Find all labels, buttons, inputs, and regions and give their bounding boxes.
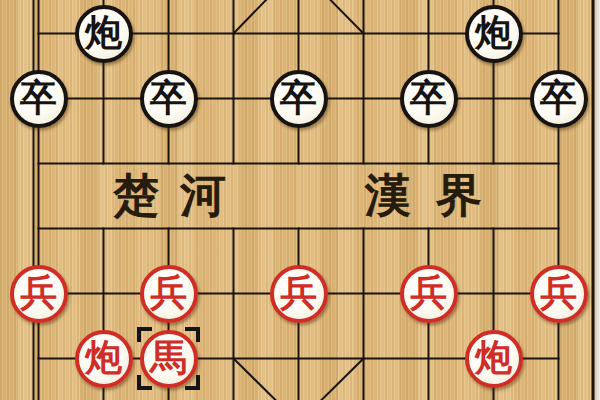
piece-glyph-black-soldier: 卒 — [20, 79, 57, 116]
piece-black-soldier[interactable]: 卒 — [140, 70, 198, 128]
piece-glyph-black-soldier: 卒 — [410, 79, 447, 116]
piece-black-soldier[interactable]: 卒 — [530, 70, 588, 128]
piece-red-cannon[interactable]: 炮 — [75, 330, 133, 388]
piece-glyph-red-cannon: 炮 — [475, 339, 512, 376]
piece-black-soldier[interactable]: 卒 — [400, 70, 458, 128]
piece-red-soldier[interactable]: 兵 — [140, 265, 198, 323]
piece-glyph-red-horse: 馬 — [150, 339, 187, 376]
piece-glyph-black-soldier: 卒 — [280, 79, 317, 116]
piece-red-soldier[interactable]: 兵 — [10, 265, 68, 323]
xiangqi-board: 楚 河 漢 界 炮炮卒卒卒卒卒兵兵兵兵兵炮馬炮 — [0, 0, 600, 400]
marker-corner-tr — [185, 327, 200, 342]
piece-black-soldier[interactable]: 卒 — [10, 70, 68, 128]
piece-glyph-red-soldier: 兵 — [20, 274, 57, 311]
piece-glyph-red-soldier: 兵 — [150, 274, 187, 311]
piece-glyph-black-cannon: 炮 — [475, 14, 512, 51]
piece-glyph-black-soldier: 卒 — [150, 79, 187, 116]
piece-black-soldier[interactable]: 卒 — [270, 70, 328, 128]
piece-red-soldier[interactable]: 兵 — [530, 265, 588, 323]
piece-glyph-red-cannon: 炮 — [85, 339, 122, 376]
piece-red-soldier[interactable]: 兵 — [400, 265, 458, 323]
marker-corner-br — [185, 375, 200, 390]
piece-red-cannon[interactable]: 炮 — [465, 330, 523, 388]
piece-glyph-red-soldier: 兵 — [410, 274, 447, 311]
pieces-grid: 炮炮卒卒卒卒卒兵兵兵兵兵炮馬炮 — [6, 1, 591, 391]
piece-red-soldier[interactable]: 兵 — [270, 265, 328, 323]
piece-glyph-black-soldier: 卒 — [540, 79, 577, 116]
piece-black-cannon[interactable]: 炮 — [465, 5, 523, 63]
piece-glyph-red-soldier: 兵 — [280, 274, 317, 311]
board-edge-margin — [595, 0, 600, 400]
piece-glyph-black-cannon: 炮 — [85, 14, 122, 51]
piece-black-cannon[interactable]: 炮 — [75, 5, 133, 63]
piece-glyph-red-soldier: 兵 — [540, 274, 577, 311]
